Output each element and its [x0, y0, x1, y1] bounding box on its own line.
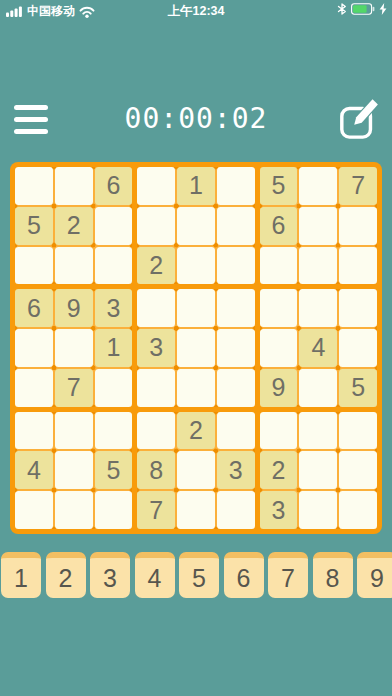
cell-r6c3[interactable] [95, 369, 133, 407]
cell-r2c2[interactable]: 2 [55, 207, 93, 245]
cell-r2c5[interactable] [177, 207, 215, 245]
box-1-0: 69317 [15, 289, 132, 406]
cell-r7c4[interactable] [137, 412, 175, 450]
cell-r4c4[interactable] [137, 289, 175, 327]
cell-r1c1[interactable] [15, 167, 53, 205]
cell-r1c6[interactable] [217, 167, 255, 205]
cell-r2c6[interactable] [217, 207, 255, 245]
cell-r1c3[interactable]: 6 [95, 167, 133, 205]
cell-r9c6[interactable] [217, 491, 255, 529]
bluetooth-icon [337, 3, 347, 15]
cell-r7c2[interactable] [55, 412, 93, 450]
numpad-key-1[interactable]: 1 [1, 552, 41, 598]
cell-r6c9[interactable]: 5 [339, 369, 377, 407]
cell-r2c3[interactable] [95, 207, 133, 245]
numpad-key-3[interactable]: 3 [90, 552, 130, 598]
cell-r6c5[interactable] [177, 369, 215, 407]
cell-r9c1[interactable] [15, 491, 53, 529]
cell-r8c8[interactable] [299, 451, 337, 489]
numpad-key-5[interactable]: 5 [179, 552, 219, 598]
battery-icon [351, 3, 375, 15]
numpad-key-9[interactable]: 9 [357, 552, 392, 598]
clock: 上午12:34 [0, 3, 392, 20]
cell-r3c7[interactable] [260, 247, 298, 285]
cell-r1c5[interactable]: 1 [177, 167, 215, 205]
cell-r8c5[interactable] [177, 451, 215, 489]
cell-r4c3[interactable]: 3 [95, 289, 133, 327]
header: 00:00:02 [0, 96, 392, 144]
cell-r4c8[interactable] [299, 289, 337, 327]
cell-r7c5[interactable]: 2 [177, 412, 215, 450]
cell-r7c6[interactable] [217, 412, 255, 450]
cell-r7c1[interactable] [15, 412, 53, 450]
cell-r5c3[interactable]: 1 [95, 329, 133, 367]
cell-r1c9[interactable]: 7 [339, 167, 377, 205]
status-bar: 中国移动 上午12:34 [0, 0, 392, 20]
cell-r1c8[interactable] [299, 167, 337, 205]
cell-r4c2[interactable]: 9 [55, 289, 93, 327]
cell-r7c3[interactable] [95, 412, 133, 450]
cell-r3c4[interactable]: 2 [137, 247, 175, 285]
cell-r3c8[interactable] [299, 247, 337, 285]
cell-r2c4[interactable] [137, 207, 175, 245]
cell-r4c7[interactable] [260, 289, 298, 327]
cell-r3c1[interactable] [15, 247, 53, 285]
box-1-2: 495 [260, 289, 377, 406]
cell-r8c1[interactable]: 4 [15, 451, 53, 489]
edit-button[interactable] [338, 96, 380, 145]
cell-r1c4[interactable] [137, 167, 175, 205]
cell-r6c1[interactable] [15, 369, 53, 407]
numpad-key-4[interactable]: 4 [135, 552, 175, 598]
box-1-1: 3 [137, 289, 254, 406]
numpad-key-6[interactable]: 6 [224, 552, 264, 598]
cell-r5c8[interactable]: 4 [299, 329, 337, 367]
timer-display: 00:00:02 [0, 102, 392, 135]
cell-r9c8[interactable] [299, 491, 337, 529]
cell-r6c6[interactable] [217, 369, 255, 407]
numpad: 123456789 [1, 552, 392, 598]
cell-r1c2[interactable] [55, 167, 93, 205]
cell-r7c7[interactable] [260, 412, 298, 450]
cell-r3c5[interactable] [177, 247, 215, 285]
cell-r9c7[interactable]: 3 [260, 491, 298, 529]
cell-r5c5[interactable] [177, 329, 215, 367]
cell-r2c1[interactable]: 5 [15, 207, 53, 245]
cell-r5c7[interactable] [260, 329, 298, 367]
cell-r1c7[interactable]: 5 [260, 167, 298, 205]
cell-r5c2[interactable] [55, 329, 93, 367]
box-0-0: 652 [15, 167, 132, 284]
cell-r5c9[interactable] [339, 329, 377, 367]
cell-r9c3[interactable] [95, 491, 133, 529]
edit-icon [338, 96, 380, 142]
box-0-1: 12 [137, 167, 254, 284]
cell-r9c9[interactable] [339, 491, 377, 529]
cell-r4c9[interactable] [339, 289, 377, 327]
cell-r5c6[interactable] [217, 329, 255, 367]
cell-r8c6[interactable]: 3 [217, 451, 255, 489]
status-right [337, 3, 387, 15]
cell-r7c8[interactable] [299, 412, 337, 450]
cell-r9c4[interactable]: 7 [137, 491, 175, 529]
cell-r5c4[interactable]: 3 [137, 329, 175, 367]
box-0-2: 576 [260, 167, 377, 284]
cell-r2c9[interactable] [339, 207, 377, 245]
cell-r3c3[interactable] [95, 247, 133, 285]
box-2-1: 2837 [137, 412, 254, 529]
sudoku-board: 6521257669317349545283723 [10, 162, 382, 534]
cell-r8c7[interactable]: 2 [260, 451, 298, 489]
cell-r7c9[interactable] [339, 412, 377, 450]
cell-r8c9[interactable] [339, 451, 377, 489]
cell-r2c8[interactable] [299, 207, 337, 245]
cell-r8c2[interactable] [55, 451, 93, 489]
cell-r6c2[interactable]: 7 [55, 369, 93, 407]
cell-r8c3[interactable]: 5 [95, 451, 133, 489]
cell-r5c1[interactable] [15, 329, 53, 367]
cell-r8c4[interactable]: 8 [137, 451, 175, 489]
numpad-key-8[interactable]: 8 [313, 552, 353, 598]
cell-r4c6[interactable] [217, 289, 255, 327]
cell-r6c8[interactable] [299, 369, 337, 407]
cell-r9c2[interactable] [55, 491, 93, 529]
box-2-2: 23 [260, 412, 377, 529]
box-2-0: 45 [15, 412, 132, 529]
cell-r3c6[interactable] [217, 247, 255, 285]
numpad-key-7[interactable]: 7 [268, 552, 308, 598]
cell-r3c9[interactable] [339, 247, 377, 285]
cell-r9c5[interactable] [177, 491, 215, 529]
numpad-key-2[interactable]: 2 [46, 552, 86, 598]
cell-r3c2[interactable] [55, 247, 93, 285]
cell-r4c1[interactable]: 6 [15, 289, 53, 327]
charging-icon [379, 3, 387, 15]
cell-r2c7[interactable]: 6 [260, 207, 298, 245]
cell-r4c5[interactable] [177, 289, 215, 327]
cell-r6c4[interactable] [137, 369, 175, 407]
cell-r6c7[interactable]: 9 [260, 369, 298, 407]
